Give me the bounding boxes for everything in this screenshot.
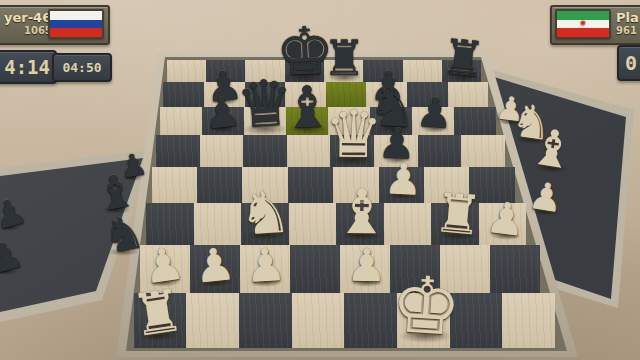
- captured-black-pawn: ♟: [0, 234, 29, 280]
- player-right-rating: 961: [616, 25, 637, 36]
- piece-white-pawn-h3[interactable]: ♟: [481, 195, 530, 244]
- piece-black-pawn-g6[interactable]: ♟: [413, 92, 457, 136]
- piece-white-king-f1[interactable]: ♚: [384, 265, 467, 348]
- piece-white-pawn-e2[interactable]: ♟: [343, 242, 389, 288]
- clock-left-secondary: 04:50: [52, 53, 112, 82]
- piece-white-knight-c3[interactable]: ♞: [234, 182, 296, 244]
- captured-white-bishop: ♝: [523, 120, 581, 178]
- clock-left-secondary-value: 04:50: [62, 60, 101, 75]
- clock-right: 0: [617, 45, 640, 81]
- captured-white-pawn: ♟: [524, 176, 567, 219]
- captured-black-pawn: ♟: [0, 192, 32, 236]
- iran-flag-icon: ✺: [555, 9, 611, 39]
- clock-right-value: 0: [625, 51, 637, 75]
- piece-black-rook-h8[interactable]: ♜: [437, 32, 490, 85]
- piece-white-bishop-e3[interactable]: ♝: [330, 181, 392, 243]
- piece-white-queen-e5[interactable]: ♛: [320, 102, 386, 168]
- iran-emblem-icon: ✺: [580, 19, 587, 28]
- piece-white-pawn-c2[interactable]: ♟: [241, 241, 289, 289]
- piece-white-pawn-b2[interactable]: ♟: [190, 240, 240, 290]
- piece-white-rook-g3[interactable]: ♜: [428, 186, 487, 245]
- chess-app-screen: ♚♜♜♟♟♟♛♝♞♟♟♛♟♞♝♜♟♟♟♟♟♜♚♟♝♞♟♟♟♞♝♟ yer-460…: [0, 0, 640, 360]
- piece-white-rook-a1[interactable]: ♜: [125, 281, 191, 347]
- clock-left-primary: 4:14: [0, 50, 57, 84]
- clock-left-primary-value: 4:14: [4, 56, 50, 78]
- player-right-name: Pla: [616, 10, 639, 25]
- russia-flag-icon: [48, 9, 104, 39]
